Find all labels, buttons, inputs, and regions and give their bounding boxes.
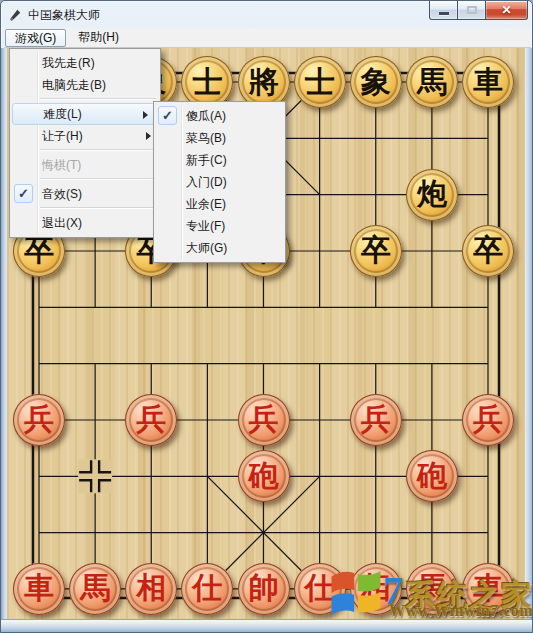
game-menu-item-label: 退出(X) <box>42 216 82 230</box>
game-menu-item-label: 电脑先走(B) <box>42 78 106 92</box>
game-menu-item-3[interactable]: 难度(L) <box>12 103 158 125</box>
difficulty-item-label: 傻瓜(A) <box>186 109 226 123</box>
difficulty-submenu: ✓傻瓜(A)菜鸟(B)新手(C)入门(D)业余(E)专业(F)大师(G) <box>153 101 286 263</box>
window-title: 中国象棋大师 <box>28 7 100 24</box>
maximize-button[interactable] <box>457 1 486 20</box>
menu-separator <box>10 176 160 183</box>
difficulty-item-5[interactable]: 专业(F) <box>154 215 285 237</box>
piece-red-仕[interactable]: 仕 <box>181 563 233 615</box>
piece-red-兵[interactable]: 兵 <box>13 394 65 446</box>
difficulty-item-2[interactable]: 新手(C) <box>154 149 285 171</box>
watermark-windows-flag-icon <box>327 563 385 621</box>
game-menu-item-8[interactable]: ✓音效(S) <box>10 183 160 205</box>
titlebar[interactable]: 中国象棋大师 ✕ <box>1 1 533 28</box>
menubar-item-help[interactable]: 帮助(H) <box>69 29 128 47</box>
menu-separator <box>10 96 160 103</box>
piece-black-車[interactable]: 車 <box>462 56 514 108</box>
piece-black-士[interactable]: 士 <box>294 56 346 108</box>
game-menu-dropdown: 我先走(R)电脑先走(B)难度(L)让子(H)悔棋(T)✓音效(S)退出(X) <box>9 48 161 238</box>
window-frame-left <box>1 48 7 619</box>
difficulty-item-label: 入门(D) <box>186 175 227 189</box>
game-menu-item-1[interactable]: 电脑先走(B) <box>10 74 160 96</box>
piece-red-帥[interactable]: 帥 <box>238 563 290 615</box>
piece-red-兵[interactable]: 兵 <box>462 394 514 446</box>
checkmark-icon: ✓ <box>14 184 33 203</box>
difficulty-item-label: 业余(E) <box>186 197 226 211</box>
difficulty-item-0[interactable]: ✓傻瓜(A) <box>154 105 285 127</box>
game-menu-item-6[interactable]: 悔棋(T) <box>10 154 160 176</box>
piece-black-馬[interactable]: 馬 <box>406 56 458 108</box>
window-frame-right <box>525 48 533 619</box>
close-button[interactable]: ✕ <box>485 1 528 20</box>
piece-red-兵[interactable]: 兵 <box>125 394 177 446</box>
piece-black-卒[interactable]: 卒 <box>462 225 514 277</box>
piece-red-砲[interactable]: 砲 <box>238 450 290 502</box>
game-menu-item-0[interactable]: 我先走(R) <box>10 52 160 74</box>
game-menu-item-4[interactable]: 让子(H) <box>10 125 160 147</box>
piece-red-馬[interactable]: 馬 <box>69 563 121 615</box>
difficulty-item-label: 专业(F) <box>186 219 225 233</box>
difficulty-item-1[interactable]: 菜鸟(B) <box>154 127 285 149</box>
piece-red-砲[interactable]: 砲 <box>406 450 458 502</box>
difficulty-item-label: 大师(G) <box>186 241 227 255</box>
difficulty-item-4[interactable]: 业余(E) <box>154 193 285 215</box>
minimize-icon <box>439 12 449 15</box>
game-menu-item-10[interactable]: 退出(X) <box>10 212 160 234</box>
game-menu-item-label: 音效(S) <box>42 187 82 201</box>
piece-red-車[interactable]: 車 <box>13 563 65 615</box>
game-menu-item-label: 难度(L) <box>43 107 82 121</box>
maximize-icon <box>467 6 477 14</box>
submenu-arrow-icon <box>143 111 148 119</box>
menubar: 游戏(G)帮助(H) <box>4 28 531 48</box>
piece-black-炮[interactable]: 炮 <box>406 169 458 221</box>
app-icon <box>8 7 23 22</box>
checkmark-icon: ✓ <box>158 106 177 125</box>
menu-separator <box>10 147 160 154</box>
piece-black-卒[interactable]: 卒 <box>350 225 402 277</box>
game-menu-item-label: 让子(H) <box>42 129 83 143</box>
menubar-item-game[interactable]: 游戏(G) <box>5 29 66 47</box>
difficulty-item-label: 新手(C) <box>186 153 227 167</box>
game-menu-item-label: 我先走(R) <box>42 56 95 70</box>
close-icon: ✕ <box>501 1 511 20</box>
window-frame-bottom <box>1 619 533 633</box>
piece-red-兵[interactable]: 兵 <box>350 394 402 446</box>
menu-separator <box>10 205 160 212</box>
difficulty-item-label: 菜鸟(B) <box>186 131 226 145</box>
piece-red-兵[interactable]: 兵 <box>238 394 290 446</box>
difficulty-item-3[interactable]: 入门(D) <box>154 171 285 193</box>
app-window: 中国象棋大师 ✕ 游戏(G)帮助(H) 車馬象士將士象馬車炮炮卒卒卒卒卒兵兵兵兵… <box>0 0 533 633</box>
watermark-url-text: Www.Winwin7.com <box>389 602 533 620</box>
game-menu-item-label: 悔棋(T) <box>42 158 81 172</box>
difficulty-item-6[interactable]: 大师(G) <box>154 237 285 259</box>
piece-black-象[interactable]: 象 <box>350 56 402 108</box>
submenu-arrow-icon <box>146 132 151 140</box>
piece-red-相[interactable]: 相 <box>125 563 177 615</box>
minimize-button[interactable] <box>429 1 458 20</box>
